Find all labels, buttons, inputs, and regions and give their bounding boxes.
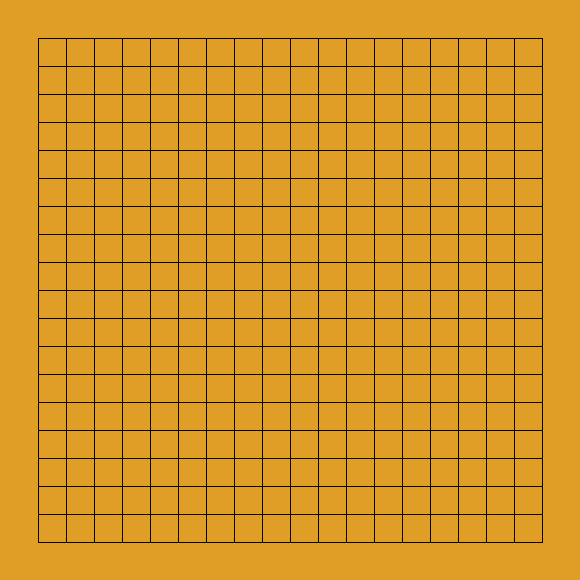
column-labels-bottom [24, 554, 556, 574]
row-labels-right [551, 24, 580, 556]
go-board [0, 0, 580, 580]
column-labels-top [24, 6, 556, 26]
board-surface[interactable] [24, 24, 556, 556]
row-labels-left [0, 24, 30, 556]
